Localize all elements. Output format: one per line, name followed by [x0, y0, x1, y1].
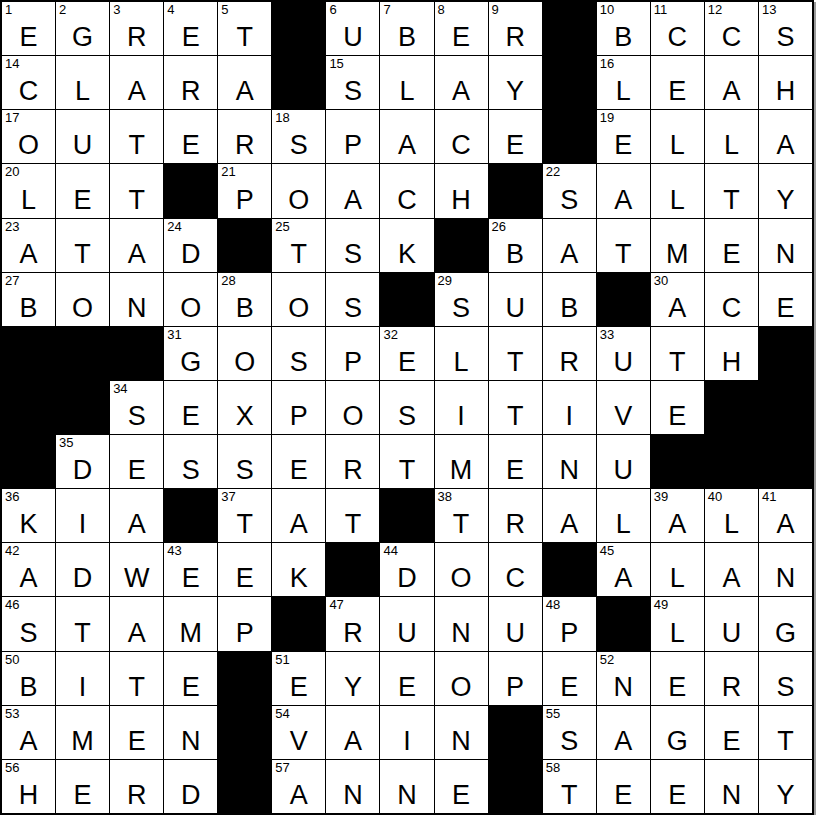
clue-number: 28: [221, 274, 235, 288]
cell-letter: N: [164, 728, 217, 755]
cell-r8c9[interactable]: I: [435, 381, 488, 434]
cell-letter: P: [218, 620, 271, 647]
cell-r3c9[interactable]: C: [435, 110, 488, 163]
cell-r6c15[interactable]: E: [759, 273, 812, 326]
cell-r13c13[interactable]: E: [651, 652, 704, 705]
cell-letter: E: [651, 78, 704, 105]
cell-r13c15[interactable]: S: [759, 652, 812, 705]
cell-r7c5[interactable]: O: [218, 327, 271, 380]
cell-letter: H: [705, 349, 758, 376]
cell-letter: D: [164, 782, 217, 809]
cell-r6c14[interactable]: C: [705, 273, 758, 326]
clue-number: 51: [275, 653, 289, 667]
cell-r5c15[interactable]: N: [759, 219, 812, 272]
cell-letter: T: [56, 241, 109, 268]
black-square: [759, 381, 812, 434]
cell-r10c15[interactable]: 41A: [759, 489, 812, 542]
black-square: [651, 435, 704, 488]
cell-letter: P: [326, 132, 379, 159]
cell-r15c2[interactable]: E: [56, 760, 109, 813]
cell-r7c9[interactable]: L: [435, 327, 488, 380]
black-square: [543, 2, 596, 55]
cell-r11c15[interactable]: N: [759, 543, 812, 596]
cell-r4c12[interactable]: A: [597, 164, 650, 217]
cell-letter: O: [435, 674, 488, 701]
cell-r15c1[interactable]: 56H: [2, 760, 55, 813]
cell-r3c14[interactable]: L: [705, 110, 758, 163]
cell-r10c11[interactable]: A: [543, 489, 596, 542]
cell-r3c12[interactable]: 19E: [597, 110, 650, 163]
cell-r11c13[interactable]: L: [651, 543, 704, 596]
cell-letter: A: [597, 187, 650, 214]
cell-r7c7[interactable]: P: [326, 327, 379, 380]
cell-r6c9[interactable]: 29S: [435, 273, 488, 326]
cell-letter: E: [2, 24, 55, 51]
cell-r8c7[interactable]: O: [326, 381, 379, 434]
cell-r2c13[interactable]: E: [651, 56, 704, 109]
cell-r2c1[interactable]: 14C: [2, 56, 55, 109]
cell-r6c7[interactable]: S: [326, 273, 379, 326]
cell-letter: E: [705, 728, 758, 755]
clue-number: 16: [600, 57, 614, 71]
cell-r13c8[interactable]: E: [380, 652, 433, 705]
cell-r9c11[interactable]: N: [543, 435, 596, 488]
cell-r12c5[interactable]: P: [218, 597, 271, 650]
crossword-grid: 1E2G3R4E5T6U7B8E9R10B11C12C13S14CLARA15S…: [0, 0, 814, 815]
cell-r2c12[interactable]: 16L: [597, 56, 650, 109]
cell-r7c14[interactable]: H: [705, 327, 758, 380]
cell-letter: B: [597, 24, 650, 51]
cell-r15c4[interactable]: D: [164, 760, 217, 813]
black-square: [2, 435, 55, 488]
cell-letter: P: [326, 349, 379, 376]
cell-r5c13[interactable]: M: [651, 219, 704, 272]
cell-r2c3[interactable]: A: [110, 56, 163, 109]
cell-r1c3[interactable]: 3R: [110, 2, 163, 55]
clue-number: 42: [5, 544, 19, 558]
cell-r4c5[interactable]: 21P: [218, 164, 271, 217]
cell-r2c10[interactable]: Y: [489, 56, 542, 109]
cell-r6c10[interactable]: U: [489, 273, 542, 326]
cell-r8c3[interactable]: 34S: [110, 381, 163, 434]
cell-r1c9[interactable]: 8E: [435, 2, 488, 55]
cell-r11c9[interactable]: O: [435, 543, 488, 596]
cell-letter: N: [705, 782, 758, 809]
cell-r12c1[interactable]: 46S: [2, 597, 55, 650]
cell-r11c5[interactable]: E: [218, 543, 271, 596]
cell-r9c7[interactable]: R: [326, 435, 379, 488]
cell-r2c9[interactable]: A: [435, 56, 488, 109]
cell-r3c1[interactable]: 17O: [2, 110, 55, 163]
cell-r5c12[interactable]: T: [597, 219, 650, 272]
cell-letter: E: [272, 674, 325, 701]
cell-r12c14[interactable]: U: [705, 597, 758, 650]
cell-r6c4[interactable]: O: [164, 273, 217, 326]
cell-letter: S: [326, 78, 379, 105]
cell-letter: N: [759, 241, 812, 268]
cell-letter: A: [218, 78, 271, 105]
cell-letter: L: [380, 78, 433, 105]
cell-r13c14[interactable]: R: [705, 652, 758, 705]
black-square: [218, 706, 271, 759]
cell-letter: R: [218, 132, 271, 159]
cell-letter: X: [218, 403, 271, 430]
cell-letter: B: [218, 295, 271, 322]
cell-r13c6[interactable]: 51E: [272, 652, 325, 705]
cell-r10c5[interactable]: 37T: [218, 489, 271, 542]
clue-number: 5: [221, 3, 228, 17]
cell-r13c3[interactable]: T: [110, 652, 163, 705]
cell-r10c2[interactable]: I: [56, 489, 109, 542]
cell-r1c12[interactable]: 10B: [597, 2, 650, 55]
cell-letter: A: [759, 511, 812, 538]
clue-number: 46: [5, 598, 19, 612]
cell-r14c12[interactable]: A: [597, 706, 650, 759]
cell-r3c5[interactable]: R: [218, 110, 271, 163]
cell-r8c4[interactable]: E: [164, 381, 217, 434]
cell-r12c7[interactable]: 47R: [326, 597, 379, 650]
cell-r14c14[interactable]: E: [705, 706, 758, 759]
cell-r9c6[interactable]: E: [272, 435, 325, 488]
cell-r13c2[interactable]: I: [56, 652, 109, 705]
cell-letter: T: [110, 187, 163, 214]
cell-r3c6[interactable]: 18S: [272, 110, 325, 163]
cell-r11c4[interactable]: 43E: [164, 543, 217, 596]
cell-letter: T: [489, 349, 542, 376]
cell-r4c2[interactable]: E: [56, 164, 109, 217]
cell-r8c10[interactable]: T: [489, 381, 542, 434]
cell-r3c10[interactable]: E: [489, 110, 542, 163]
cell-r7c10[interactable]: T: [489, 327, 542, 380]
cell-r7c4[interactable]: 31G: [164, 327, 217, 380]
cell-letter: E: [597, 132, 650, 159]
cell-r13c10[interactable]: P: [489, 652, 542, 705]
cell-r14c15[interactable]: T: [759, 706, 812, 759]
cell-letter: A: [705, 78, 758, 105]
clue-number: 9: [492, 3, 499, 17]
cell-r4c9[interactable]: H: [435, 164, 488, 217]
cell-r3c3[interactable]: T: [110, 110, 163, 163]
cell-r11c3[interactable]: W: [110, 543, 163, 596]
cell-r9c10[interactable]: E: [489, 435, 542, 488]
cell-letter: V: [597, 403, 650, 430]
cell-r14c4[interactable]: N: [164, 706, 217, 759]
cell-r13c11[interactable]: E: [543, 652, 596, 705]
clue-number: 53: [5, 707, 19, 721]
black-square: [110, 327, 163, 380]
cell-r10c14[interactable]: 40L: [705, 489, 758, 542]
cell-r2c15[interactable]: H: [759, 56, 812, 109]
cell-r9c8[interactable]: T: [380, 435, 433, 488]
cell-letter: O: [435, 565, 488, 592]
cell-letter: T: [597, 241, 650, 268]
cell-letter: A: [543, 511, 596, 538]
cell-r15c12[interactable]: E: [597, 760, 650, 813]
clue-number: 12: [708, 3, 722, 17]
clue-number: 44: [383, 544, 397, 558]
cell-r2c14[interactable]: A: [705, 56, 758, 109]
cell-r8c5[interactable]: X: [218, 381, 271, 434]
cell-r7c12[interactable]: 33U: [597, 327, 650, 380]
cell-letter: U: [56, 132, 109, 159]
clue-number: 57: [275, 761, 289, 775]
cell-letter: O: [164, 295, 217, 322]
cell-r6c2[interactable]: O: [56, 273, 109, 326]
cell-r12c10[interactable]: U: [489, 597, 542, 650]
cell-letter: O: [326, 403, 379, 430]
cell-letter: Y: [759, 782, 812, 809]
cell-letter: O: [272, 187, 325, 214]
cell-letter: R: [110, 24, 163, 51]
cell-r15c14[interactable]: N: [705, 760, 758, 813]
cell-letter: K: [380, 241, 433, 268]
cell-r4c6[interactable]: O: [272, 164, 325, 217]
black-square: [759, 435, 812, 488]
cell-r8c13[interactable]: E: [651, 381, 704, 434]
cell-r5c3[interactable]: A: [110, 219, 163, 272]
clue-number: 6: [329, 3, 336, 17]
cell-letter: S: [2, 620, 55, 647]
cell-letter: E: [651, 403, 704, 430]
cell-r15c7[interactable]: N: [326, 760, 379, 813]
cell-r8c12[interactable]: V: [597, 381, 650, 434]
cell-r11c1[interactable]: 42A: [2, 543, 55, 596]
cell-r14c11[interactable]: 55S: [543, 706, 596, 759]
cell-letter: S: [326, 295, 379, 322]
cell-r14c7[interactable]: A: [326, 706, 379, 759]
cell-r5c6[interactable]: 25T: [272, 219, 325, 272]
cell-r12c9[interactable]: N: [435, 597, 488, 650]
cell-r3c15[interactable]: A: [759, 110, 812, 163]
cell-r3c8[interactable]: A: [380, 110, 433, 163]
cell-r14c6[interactable]: 54V: [272, 706, 325, 759]
cell-r14c3[interactable]: E: [110, 706, 163, 759]
cell-r4c14[interactable]: T: [705, 164, 758, 217]
cell-r4c1[interactable]: 20L: [2, 164, 55, 217]
black-square: [759, 327, 812, 380]
cell-r15c8[interactable]: N: [380, 760, 433, 813]
cell-letter: L: [56, 78, 109, 105]
cell-letter: B: [380, 24, 433, 51]
cell-r7c8[interactable]: 32E: [380, 327, 433, 380]
cell-r1c8[interactable]: 7B: [380, 2, 433, 55]
cell-letter: A: [110, 511, 163, 538]
cell-r1c2[interactable]: 2G: [56, 2, 109, 55]
cell-letter: A: [597, 728, 650, 755]
cell-r4c8[interactable]: C: [380, 164, 433, 217]
cell-r13c4[interactable]: E: [164, 652, 217, 705]
cell-r3c4[interactable]: E: [164, 110, 217, 163]
cell-r3c7[interactable]: P: [326, 110, 379, 163]
cell-r3c2[interactable]: U: [56, 110, 109, 163]
cell-letter: R: [110, 782, 163, 809]
cell-r5c7[interactable]: S: [326, 219, 379, 272]
cell-letter: T: [435, 511, 488, 538]
cell-r6c5[interactable]: 28B: [218, 273, 271, 326]
cell-letter: G: [651, 728, 704, 755]
cell-r14c13[interactable]: G: [651, 706, 704, 759]
cell-r12c13[interactable]: 49L: [651, 597, 704, 650]
cell-letter: E: [597, 782, 650, 809]
cell-letter: A: [380, 132, 433, 159]
cell-r10c13[interactable]: 39A: [651, 489, 704, 542]
cell-r7c13[interactable]: T: [651, 327, 704, 380]
cell-r2c4[interactable]: R: [164, 56, 217, 109]
cell-r2c5[interactable]: A: [218, 56, 271, 109]
cell-r11c12[interactable]: 45A: [597, 543, 650, 596]
cell-r12c3[interactable]: A: [110, 597, 163, 650]
cell-r6c3[interactable]: N: [110, 273, 163, 326]
cell-r12c8[interactable]: U: [380, 597, 433, 650]
cell-r12c4[interactable]: M: [164, 597, 217, 650]
cell-r1c15[interactable]: 13S: [759, 2, 812, 55]
cell-letter: R: [489, 511, 542, 538]
cell-r14c8[interactable]: I: [380, 706, 433, 759]
cell-r6c1[interactable]: 27B: [2, 273, 55, 326]
cell-letter: E: [164, 24, 217, 51]
cell-r11c14[interactable]: A: [705, 543, 758, 596]
cell-r13c7[interactable]: Y: [326, 652, 379, 705]
cell-r11c10[interactable]: C: [489, 543, 542, 596]
clue-number: 43: [167, 544, 181, 558]
cell-r15c15[interactable]: Y: [759, 760, 812, 813]
cell-letter: A: [435, 78, 488, 105]
cell-r6c6[interactable]: O: [272, 273, 325, 326]
cell-r9c2[interactable]: 35D: [56, 435, 109, 488]
cell-r9c4[interactable]: S: [164, 435, 217, 488]
cell-r12c11[interactable]: 48P: [543, 597, 596, 650]
cell-r10c1[interactable]: 36K: [2, 489, 55, 542]
cell-letter: S: [380, 403, 433, 430]
cell-r5c14[interactable]: E: [705, 219, 758, 272]
cell-r1c5[interactable]: 5T: [218, 2, 271, 55]
cell-r1c1[interactable]: 1E: [2, 2, 55, 55]
cell-r4c11[interactable]: 22S: [543, 164, 596, 217]
cell-r6c11[interactable]: B: [543, 273, 596, 326]
cell-r11c2[interactable]: D: [56, 543, 109, 596]
cell-r3c13[interactable]: L: [651, 110, 704, 163]
black-square: [2, 381, 55, 434]
cell-letter: I: [435, 403, 488, 430]
cell-letter: H: [2, 782, 55, 809]
cell-r13c1[interactable]: 50B: [2, 652, 55, 705]
cell-letter: L: [651, 565, 704, 592]
cell-letter: A: [543, 241, 596, 268]
cell-r13c12[interactable]: 52N: [597, 652, 650, 705]
cell-r1c14[interactable]: 12C: [705, 2, 758, 55]
cell-r14c9[interactable]: N: [435, 706, 488, 759]
cell-r4c13[interactable]: L: [651, 164, 704, 217]
cell-letter: D: [56, 565, 109, 592]
cell-letter: E: [435, 24, 488, 51]
cell-r7c6[interactable]: S: [272, 327, 325, 380]
cell-r9c5[interactable]: S: [218, 435, 271, 488]
cell-letter: M: [435, 457, 488, 484]
cell-r10c9[interactable]: 38T: [435, 489, 488, 542]
cell-r8c8[interactable]: S: [380, 381, 433, 434]
cell-letter: S: [326, 241, 379, 268]
cell-r8c11[interactable]: I: [543, 381, 596, 434]
cell-r12c15[interactable]: G: [759, 597, 812, 650]
cell-letter: E: [705, 241, 758, 268]
clue-number: 48: [546, 598, 560, 612]
cell-r13c9[interactable]: O: [435, 652, 488, 705]
cell-r4c7[interactable]: A: [326, 164, 379, 217]
cell-r2c2[interactable]: L: [56, 56, 109, 109]
cell-letter: A: [110, 78, 163, 105]
cell-r15c13[interactable]: E: [651, 760, 704, 813]
clue-number: 33: [600, 328, 614, 342]
clue-number: 15: [329, 57, 343, 71]
cell-r1c10[interactable]: 9R: [489, 2, 542, 55]
cell-r10c7[interactable]: T: [326, 489, 379, 542]
cell-r9c9[interactable]: M: [435, 435, 488, 488]
clue-number: 49: [654, 598, 668, 612]
black-square: [489, 164, 542, 217]
cell-r15c11[interactable]: 58T: [543, 760, 596, 813]
cell-r1c7[interactable]: 6U: [326, 2, 379, 55]
cell-r1c4[interactable]: 4E: [164, 2, 217, 55]
cell-letter: E: [110, 457, 163, 484]
cell-r2c8[interactable]: L: [380, 56, 433, 109]
cell-r6c13[interactable]: 30A: [651, 273, 704, 326]
cell-r10c3[interactable]: A: [110, 489, 163, 542]
cell-r2c7[interactable]: 15S: [326, 56, 379, 109]
cell-r11c6[interactable]: K: [272, 543, 325, 596]
cell-r5c4[interactable]: 24D: [164, 219, 217, 272]
black-square: [705, 381, 758, 434]
cell-r14c1[interactable]: 53A: [2, 706, 55, 759]
cell-r9c3[interactable]: E: [110, 435, 163, 488]
cell-r15c6[interactable]: 57A: [272, 760, 325, 813]
cell-letter: U: [597, 349, 650, 376]
cell-r7c11[interactable]: R: [543, 327, 596, 380]
cell-r4c15[interactable]: Y: [759, 164, 812, 217]
cell-r10c6[interactable]: A: [272, 489, 325, 542]
clue-number: 21: [221, 165, 235, 179]
clue-number: 25: [275, 220, 289, 234]
cell-letter: P: [272, 403, 325, 430]
cell-r10c10[interactable]: R: [489, 489, 542, 542]
cell-r5c8[interactable]: K: [380, 219, 433, 272]
clue-number: 19: [600, 111, 614, 125]
cell-r14c2[interactable]: M: [56, 706, 109, 759]
cell-letter: R: [326, 620, 379, 647]
cell-r11c8[interactable]: 44D: [380, 543, 433, 596]
cell-r5c10[interactable]: 26B: [489, 219, 542, 272]
cell-r15c9[interactable]: E: [435, 760, 488, 813]
cell-r1c13[interactable]: 11C: [651, 2, 704, 55]
cell-r10c12[interactable]: L: [597, 489, 650, 542]
cell-letter: A: [110, 620, 163, 647]
cell-letter: I: [56, 674, 109, 701]
cell-r15c3[interactable]: R: [110, 760, 163, 813]
cell-letter: E: [164, 565, 217, 592]
cell-letter: T: [272, 241, 325, 268]
cell-r8c6[interactable]: P: [272, 381, 325, 434]
cell-r12c2[interactable]: T: [56, 597, 109, 650]
cell-letter: Y: [489, 78, 542, 105]
cell-r4c3[interactable]: T: [110, 164, 163, 217]
cell-r9c12[interactable]: U: [597, 435, 650, 488]
black-square: [272, 2, 325, 55]
cell-r5c11[interactable]: A: [543, 219, 596, 272]
cell-letter: A: [651, 295, 704, 322]
black-square: [326, 543, 379, 596]
clue-number: 29: [438, 274, 452, 288]
cell-r5c2[interactable]: T: [56, 219, 109, 272]
cell-r5c1[interactable]: 23A: [2, 219, 55, 272]
